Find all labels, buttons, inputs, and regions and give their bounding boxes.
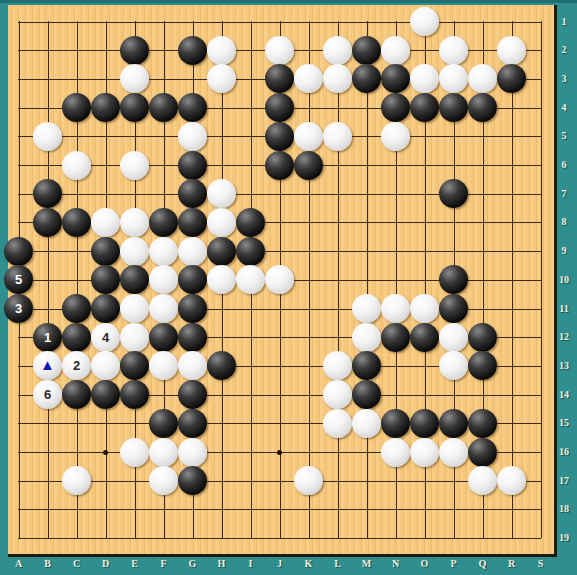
black-stone-J5[interactable] bbox=[265, 122, 294, 151]
black-stone-M3[interactable] bbox=[352, 64, 381, 93]
black-stone-P10[interactable] bbox=[439, 265, 468, 294]
black-stone-H9[interactable] bbox=[207, 237, 236, 266]
white-stone-F13[interactable] bbox=[149, 351, 178, 380]
black-stone-N4[interactable] bbox=[381, 93, 410, 122]
black-stone-G6[interactable] bbox=[178, 151, 207, 180]
white-stone-K17[interactable] bbox=[294, 466, 323, 495]
white-stone-O11[interactable] bbox=[410, 294, 439, 323]
black-stone-A9[interactable] bbox=[4, 237, 33, 266]
black-stone-F12[interactable] bbox=[149, 323, 178, 352]
row-label-14: 14 bbox=[554, 389, 574, 400]
white-stone-J2[interactable] bbox=[265, 36, 294, 65]
black-stone-G14[interactable] bbox=[178, 380, 207, 409]
row-label-6: 6 bbox=[554, 159, 574, 170]
black-stone-N15[interactable] bbox=[381, 409, 410, 438]
black-stone-C8[interactable] bbox=[62, 208, 91, 237]
black-stone-F4[interactable] bbox=[149, 93, 178, 122]
col-label-E: E bbox=[125, 558, 145, 569]
black-stone-J4[interactable] bbox=[265, 93, 294, 122]
white-stone-Q3[interactable] bbox=[468, 64, 497, 93]
row-label-8: 8 bbox=[554, 216, 574, 227]
black-stone-C11[interactable] bbox=[62, 294, 91, 323]
black-stone-A10[interactable]: 5 bbox=[4, 265, 33, 294]
grid-line-vertical bbox=[367, 21, 368, 538]
white-stone-P3[interactable] bbox=[439, 64, 468, 93]
white-stone-H7[interactable] bbox=[207, 179, 236, 208]
white-stone-E11[interactable] bbox=[120, 294, 149, 323]
black-stone-P7[interactable] bbox=[439, 179, 468, 208]
black-stone-F8[interactable] bbox=[149, 208, 178, 237]
white-stone-G13[interactable] bbox=[178, 351, 207, 380]
grid-line-vertical bbox=[541, 21, 542, 538]
col-label-N: N bbox=[386, 558, 406, 569]
black-stone-M13[interactable] bbox=[352, 351, 381, 380]
black-stone-Q12[interactable] bbox=[468, 323, 497, 352]
white-stone-N11[interactable] bbox=[381, 294, 410, 323]
row-label-13: 13 bbox=[554, 360, 574, 371]
black-stone-Q16[interactable] bbox=[468, 438, 497, 467]
col-label-R: R bbox=[502, 558, 522, 569]
grid-line-vertical bbox=[512, 21, 513, 538]
black-stone-B12[interactable]: 1 bbox=[33, 323, 62, 352]
black-stone-Q13[interactable] bbox=[468, 351, 497, 380]
white-stone-L3[interactable] bbox=[323, 64, 352, 93]
black-stone-F15[interactable] bbox=[149, 409, 178, 438]
white-stone-C17[interactable] bbox=[62, 466, 91, 495]
col-label-B: B bbox=[38, 558, 58, 569]
go-app-window: 5314▲26 ABCDEFGHIJKLMNOPQRS 123456789101… bbox=[0, 0, 577, 575]
white-stone-P12[interactable] bbox=[439, 323, 468, 352]
white-stone-L14[interactable] bbox=[323, 380, 352, 409]
black-stone-N3[interactable] bbox=[381, 64, 410, 93]
col-label-L: L bbox=[328, 558, 348, 569]
col-label-F: F bbox=[154, 558, 174, 569]
white-stone-B13[interactable]: ▲ bbox=[33, 351, 62, 380]
white-stone-Q17[interactable] bbox=[468, 466, 497, 495]
white-stone-E8[interactable] bbox=[120, 208, 149, 237]
white-stone-P13[interactable] bbox=[439, 351, 468, 380]
black-stone-D9[interactable] bbox=[91, 237, 120, 266]
grid-line-horizontal bbox=[18, 509, 541, 510]
move-number-label: 2 bbox=[73, 359, 80, 372]
row-label-12: 12 bbox=[554, 331, 574, 342]
black-stone-M2[interactable] bbox=[352, 36, 381, 65]
col-label-D: D bbox=[96, 558, 116, 569]
grid-line-vertical bbox=[338, 21, 339, 538]
white-stone-F11[interactable] bbox=[149, 294, 178, 323]
black-stone-G12[interactable] bbox=[178, 323, 207, 352]
black-stone-M14[interactable] bbox=[352, 380, 381, 409]
row-label-4: 4 bbox=[554, 102, 574, 113]
white-stone-D8[interactable] bbox=[91, 208, 120, 237]
black-stone-O15[interactable] bbox=[410, 409, 439, 438]
move-number-label: 6 bbox=[44, 388, 51, 401]
move-number-label: 3 bbox=[15, 302, 22, 315]
triangle-marker: ▲ bbox=[40, 357, 55, 372]
black-stone-B8[interactable] bbox=[33, 208, 62, 237]
black-stone-G11[interactable] bbox=[178, 294, 207, 323]
black-stone-D14[interactable] bbox=[91, 380, 120, 409]
col-label-H: H bbox=[212, 558, 232, 569]
black-stone-G15[interactable] bbox=[178, 409, 207, 438]
grid-line-horizontal bbox=[18, 538, 541, 539]
white-stone-O1[interactable] bbox=[410, 7, 439, 36]
white-stone-M15[interactable] bbox=[352, 409, 381, 438]
col-label-K: K bbox=[299, 558, 319, 569]
white-stone-H3[interactable] bbox=[207, 64, 236, 93]
black-stone-D11[interactable] bbox=[91, 294, 120, 323]
white-stone-O3[interactable] bbox=[410, 64, 439, 93]
black-stone-A11[interactable]: 3 bbox=[4, 294, 33, 323]
black-stone-H13[interactable] bbox=[207, 351, 236, 380]
white-stone-B14[interactable]: 6 bbox=[33, 380, 62, 409]
black-stone-E14[interactable] bbox=[120, 380, 149, 409]
black-stone-D4[interactable] bbox=[91, 93, 120, 122]
col-label-O: O bbox=[415, 558, 435, 569]
black-stone-R3[interactable] bbox=[497, 64, 526, 93]
white-stone-L2[interactable] bbox=[323, 36, 352, 65]
grid-line-horizontal bbox=[18, 481, 541, 482]
black-stone-Q4[interactable] bbox=[468, 93, 497, 122]
white-stone-F10[interactable] bbox=[149, 265, 178, 294]
black-stone-I9[interactable] bbox=[236, 237, 265, 266]
white-stone-O16[interactable] bbox=[410, 438, 439, 467]
white-stone-R2[interactable] bbox=[497, 36, 526, 65]
row-label-17: 17 bbox=[554, 475, 574, 486]
col-label-J: J bbox=[270, 558, 290, 569]
black-stone-K6[interactable] bbox=[294, 151, 323, 180]
row-label-18: 18 bbox=[554, 503, 574, 514]
white-stone-H10[interactable] bbox=[207, 265, 236, 294]
white-stone-E9[interactable] bbox=[120, 237, 149, 266]
white-stone-C6[interactable] bbox=[62, 151, 91, 180]
white-stone-L15[interactable] bbox=[323, 409, 352, 438]
white-stone-D12[interactable]: 4 bbox=[91, 323, 120, 352]
white-stone-K3[interactable] bbox=[294, 64, 323, 93]
white-stone-E3[interactable] bbox=[120, 64, 149, 93]
white-stone-N5[interactable] bbox=[381, 122, 410, 151]
move-number-label: 1 bbox=[44, 331, 51, 344]
white-stone-I10[interactable] bbox=[236, 265, 265, 294]
black-stone-G10[interactable] bbox=[178, 265, 207, 294]
row-label-10: 10 bbox=[554, 274, 574, 285]
black-stone-C12[interactable] bbox=[62, 323, 91, 352]
black-stone-O4[interactable] bbox=[410, 93, 439, 122]
black-stone-P11[interactable] bbox=[439, 294, 468, 323]
black-stone-Q15[interactable] bbox=[468, 409, 497, 438]
black-stone-P4[interactable] bbox=[439, 93, 468, 122]
white-stone-L5[interactable] bbox=[323, 122, 352, 151]
row-label-11: 11 bbox=[554, 303, 574, 314]
black-stone-G7[interactable] bbox=[178, 179, 207, 208]
white-stone-R17[interactable] bbox=[497, 466, 526, 495]
black-stone-E4[interactable] bbox=[120, 93, 149, 122]
black-stone-I8[interactable] bbox=[236, 208, 265, 237]
col-label-Q: Q bbox=[473, 558, 493, 569]
black-stone-E13[interactable] bbox=[120, 351, 149, 380]
move-number-label: 4 bbox=[102, 331, 109, 344]
row-label-5: 5 bbox=[554, 130, 574, 141]
row-label-19: 19 bbox=[554, 532, 574, 543]
white-stone-D13[interactable] bbox=[91, 351, 120, 380]
white-stone-G5[interactable] bbox=[178, 122, 207, 151]
col-label-C: C bbox=[67, 558, 87, 569]
white-stone-E12[interactable] bbox=[120, 323, 149, 352]
black-stone-J3[interactable] bbox=[265, 64, 294, 93]
white-stone-C13[interactable]: 2 bbox=[62, 351, 91, 380]
white-stone-E6[interactable] bbox=[120, 151, 149, 180]
col-label-S: S bbox=[531, 558, 551, 569]
black-stone-N12[interactable] bbox=[381, 323, 410, 352]
white-stone-H8[interactable] bbox=[207, 208, 236, 237]
row-label-3: 3 bbox=[554, 73, 574, 84]
row-label-2: 2 bbox=[554, 44, 574, 55]
white-stone-B5[interactable] bbox=[33, 122, 62, 151]
white-stone-H2[interactable] bbox=[207, 36, 236, 65]
white-stone-P16[interactable] bbox=[439, 438, 468, 467]
white-stone-F9[interactable] bbox=[149, 237, 178, 266]
white-stone-M11[interactable] bbox=[352, 294, 381, 323]
white-stone-E16[interactable] bbox=[120, 438, 149, 467]
col-label-I: I bbox=[241, 558, 261, 569]
black-stone-O12[interactable] bbox=[410, 323, 439, 352]
col-label-M: M bbox=[357, 558, 377, 569]
black-stone-J6[interactable] bbox=[265, 151, 294, 180]
white-stone-G16[interactable] bbox=[178, 438, 207, 467]
white-stone-F17[interactable] bbox=[149, 466, 178, 495]
black-stone-G4[interactable] bbox=[178, 93, 207, 122]
black-stone-E2[interactable] bbox=[120, 36, 149, 65]
white-stone-N2[interactable] bbox=[381, 36, 410, 65]
white-stone-M12[interactable] bbox=[352, 323, 381, 352]
white-stone-K5[interactable] bbox=[294, 122, 323, 151]
white-stone-J10[interactable] bbox=[265, 265, 294, 294]
row-label-1: 1 bbox=[554, 16, 574, 27]
grid-line-vertical bbox=[309, 21, 310, 538]
black-stone-G8[interactable] bbox=[178, 208, 207, 237]
white-stone-F16[interactable] bbox=[149, 438, 178, 467]
white-stone-N16[interactable] bbox=[381, 438, 410, 467]
row-label-7: 7 bbox=[554, 188, 574, 199]
row-label-16: 16 bbox=[554, 446, 574, 457]
white-stone-G9[interactable] bbox=[178, 237, 207, 266]
white-stone-L13[interactable] bbox=[323, 351, 352, 380]
go-board[interactable]: 5314▲26 bbox=[8, 5, 557, 557]
black-stone-D10[interactable] bbox=[91, 265, 120, 294]
black-stone-B7[interactable] bbox=[33, 179, 62, 208]
star-point-D16 bbox=[103, 450, 108, 455]
star-point-J16 bbox=[277, 450, 282, 455]
black-stone-P15[interactable] bbox=[439, 409, 468, 438]
black-stone-G2[interactable] bbox=[178, 36, 207, 65]
black-stone-E10[interactable] bbox=[120, 265, 149, 294]
black-stone-G17[interactable] bbox=[178, 466, 207, 495]
row-label-15: 15 bbox=[554, 417, 574, 428]
col-label-A: A bbox=[9, 558, 29, 569]
col-label-P: P bbox=[444, 558, 464, 569]
black-stone-C4[interactable] bbox=[62, 93, 91, 122]
white-stone-P2[interactable] bbox=[439, 36, 468, 65]
col-label-G: G bbox=[183, 558, 203, 569]
row-label-9: 9 bbox=[554, 245, 574, 256]
black-stone-C14[interactable] bbox=[62, 380, 91, 409]
move-number-label: 5 bbox=[15, 273, 22, 286]
